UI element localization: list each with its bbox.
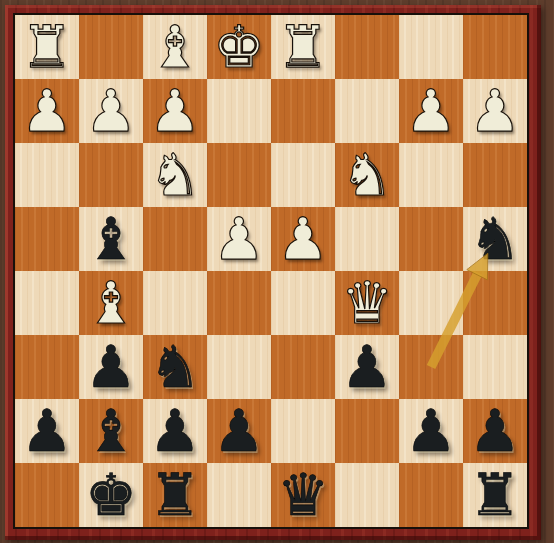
piece-white-pawn[interactable]: ♟: [85, 79, 137, 143]
square-f2[interactable]: ♟: [143, 79, 207, 143]
square-d8[interactable]: ♛: [271, 463, 335, 527]
square-h1[interactable]: ♜: [15, 15, 79, 79]
square-h6[interactable]: [15, 335, 79, 399]
square-c4[interactable]: [335, 207, 399, 271]
square-c1[interactable]: [335, 15, 399, 79]
square-a7[interactable]: ♟: [463, 399, 527, 463]
piece-black-pawn[interactable]: ♟: [341, 335, 393, 399]
square-h8[interactable]: [15, 463, 79, 527]
piece-white-pawn[interactable]: ♟: [149, 79, 201, 143]
square-h3[interactable]: [15, 143, 79, 207]
square-a8[interactable]: ♜: [463, 463, 527, 527]
piece-black-rook[interactable]: ♜: [149, 463, 201, 527]
square-b3[interactable]: [399, 143, 463, 207]
square-e6[interactable]: [207, 335, 271, 399]
square-f8[interactable]: ♜: [143, 463, 207, 527]
square-f3[interactable]: ♞: [143, 143, 207, 207]
square-h2[interactable]: ♟: [15, 79, 79, 143]
piece-black-king[interactable]: ♚: [85, 463, 137, 527]
square-a4[interactable]: ♞: [463, 207, 527, 271]
piece-black-pawn[interactable]: ♟: [213, 399, 265, 463]
piece-black-rook[interactable]: ♜: [469, 463, 521, 527]
piece-black-bishop[interactable]: ♝: [85, 399, 137, 463]
piece-white-pawn[interactable]: ♟: [21, 79, 73, 143]
square-d4[interactable]: ♟: [271, 207, 335, 271]
piece-white-pawn[interactable]: ♟: [213, 207, 265, 271]
square-d5[interactable]: [271, 271, 335, 335]
board-border: ♜♝♚♜♟♟♟♟♟♞♞♝♟♟♞♝♛♟♞♟♟♝♟♟♟♟♚♜♛♜: [13, 13, 529, 529]
square-b5[interactable]: [399, 271, 463, 335]
square-c3[interactable]: ♞: [335, 143, 399, 207]
square-e3[interactable]: [207, 143, 271, 207]
square-b2[interactable]: ♟: [399, 79, 463, 143]
square-f5[interactable]: [143, 271, 207, 335]
square-e5[interactable]: [207, 271, 271, 335]
square-c6[interactable]: ♟: [335, 335, 399, 399]
piece-black-bishop[interactable]: ♝: [85, 207, 137, 271]
square-h7[interactable]: ♟: [15, 399, 79, 463]
piece-white-pawn[interactable]: ♟: [469, 79, 521, 143]
square-c2[interactable]: [335, 79, 399, 143]
square-c8[interactable]: [335, 463, 399, 527]
square-f1[interactable]: ♝: [143, 15, 207, 79]
piece-black-pawn[interactable]: ♟: [149, 399, 201, 463]
piece-white-rook[interactable]: ♜: [21, 15, 73, 79]
piece-white-knight[interactable]: ♞: [341, 143, 393, 207]
square-b1[interactable]: [399, 15, 463, 79]
square-f4[interactable]: [143, 207, 207, 271]
square-e8[interactable]: [207, 463, 271, 527]
square-g6[interactable]: ♟: [79, 335, 143, 399]
square-c7[interactable]: [335, 399, 399, 463]
square-d7[interactable]: [271, 399, 335, 463]
board-frame: ♜♝♚♜♟♟♟♟♟♞♞♝♟♟♞♝♛♟♞♟♟♝♟♟♟♟♚♜♛♜: [5, 5, 541, 540]
square-d2[interactable]: [271, 79, 335, 143]
square-a5[interactable]: [463, 271, 527, 335]
square-g7[interactable]: ♝: [79, 399, 143, 463]
piece-white-king[interactable]: ♚: [213, 15, 265, 79]
chess-board: ♜♝♚♜♟♟♟♟♟♞♞♝♟♟♞♝♛♟♞♟♟♝♟♟♟♟♚♜♛♜: [15, 15, 527, 527]
square-g3[interactable]: [79, 143, 143, 207]
piece-white-pawn[interactable]: ♟: [277, 207, 329, 271]
square-h5[interactable]: [15, 271, 79, 335]
square-b4[interactable]: [399, 207, 463, 271]
piece-black-pawn[interactable]: ♟: [469, 399, 521, 463]
square-f7[interactable]: ♟: [143, 399, 207, 463]
square-g4[interactable]: ♝: [79, 207, 143, 271]
square-c5[interactable]: ♛: [335, 271, 399, 335]
square-e7[interactable]: ♟: [207, 399, 271, 463]
square-g1[interactable]: [79, 15, 143, 79]
piece-white-pawn[interactable]: ♟: [405, 79, 457, 143]
square-b8[interactable]: [399, 463, 463, 527]
piece-white-queen[interactable]: ♛: [341, 271, 393, 335]
square-d6[interactable]: [271, 335, 335, 399]
square-g2[interactable]: ♟: [79, 79, 143, 143]
piece-white-bishop[interactable]: ♝: [85, 271, 137, 335]
piece-black-knight[interactable]: ♞: [469, 207, 521, 271]
piece-black-knight[interactable]: ♞: [149, 335, 201, 399]
piece-white-rook[interactable]: ♜: [277, 15, 329, 79]
piece-black-pawn[interactable]: ♟: [21, 399, 73, 463]
piece-black-pawn[interactable]: ♟: [85, 335, 137, 399]
piece-white-knight[interactable]: ♞: [149, 143, 201, 207]
square-h4[interactable]: [15, 207, 79, 271]
square-e4[interactable]: ♟: [207, 207, 271, 271]
square-f6[interactable]: ♞: [143, 335, 207, 399]
square-b7[interactable]: ♟: [399, 399, 463, 463]
piece-black-queen[interactable]: ♛: [277, 463, 329, 527]
square-d3[interactable]: [271, 143, 335, 207]
square-a3[interactable]: [463, 143, 527, 207]
square-g5[interactable]: ♝: [79, 271, 143, 335]
square-b6[interactable]: [399, 335, 463, 399]
square-e1[interactable]: ♚: [207, 15, 271, 79]
square-g8[interactable]: ♚: [79, 463, 143, 527]
square-a6[interactable]: [463, 335, 527, 399]
square-e2[interactable]: [207, 79, 271, 143]
square-d1[interactable]: ♜: [271, 15, 335, 79]
piece-white-bishop[interactable]: ♝: [149, 15, 201, 79]
piece-black-pawn[interactable]: ♟: [405, 399, 457, 463]
square-a2[interactable]: ♟: [463, 79, 527, 143]
square-a1[interactable]: [463, 15, 527, 79]
